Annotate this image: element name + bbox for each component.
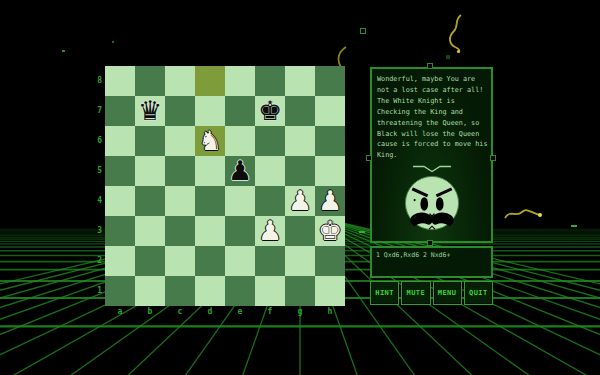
deco-squiggle-horizon	[503, 205, 545, 223]
file-label-f: f	[255, 306, 285, 318]
square-g6[interactable]	[285, 126, 315, 156]
square-c8[interactable]	[165, 66, 195, 96]
square-c5[interactable]	[165, 156, 195, 186]
hint-button[interactable]: HINT	[370, 281, 399, 305]
move-list-box: 1 Qxd6,Rxd6 2 Nxd6+	[370, 246, 493, 278]
rank-label-1: 1	[92, 276, 102, 306]
square-a4[interactable]	[105, 186, 135, 216]
square-a5[interactable]	[105, 156, 135, 186]
file-label-a: a	[105, 306, 135, 318]
rank-label-7: 7	[92, 96, 102, 126]
square-c3[interactable]	[165, 216, 195, 246]
square-f5[interactable]	[255, 156, 285, 186]
square-d3[interactable]	[195, 216, 225, 246]
square-d7[interactable]	[195, 96, 225, 126]
square-h4[interactable]: ♟	[315, 186, 345, 216]
square-b4[interactable]	[135, 186, 165, 216]
square-a2[interactable]	[105, 246, 135, 276]
square-b8[interactable]	[135, 66, 165, 96]
file-label-g: g	[285, 306, 315, 318]
square-e3[interactable]	[225, 216, 255, 246]
coach-face-icon	[403, 174, 461, 232]
square-c1[interactable]	[165, 276, 195, 306]
chevron-divider-icon	[412, 165, 452, 173]
square-e6[interactable]	[225, 126, 255, 156]
coach-message: Wonderful, maybe You are not a lost case…	[377, 74, 489, 162]
menu-button[interactable]: MENU	[433, 281, 462, 305]
white-knight[interactable]: ♞	[195, 126, 225, 156]
square-f3[interactable]: ♟	[255, 216, 285, 246]
panel-notch-left	[366, 155, 372, 161]
black-king[interactable]: ♚	[255, 96, 285, 126]
rank-label-6: 6	[92, 126, 102, 156]
square-f7[interactable]: ♚	[255, 96, 285, 126]
square-c2[interactable]	[165, 246, 195, 276]
square-d1[interactable]	[195, 276, 225, 306]
file-label-e: e	[225, 306, 255, 318]
deco-speck-2	[112, 41, 114, 43]
quit-button[interactable]: QUIT	[464, 281, 493, 305]
square-b2[interactable]	[135, 246, 165, 276]
square-d8[interactable]	[195, 66, 225, 96]
square-e8[interactable]	[225, 66, 255, 96]
rank-label-5: 5	[92, 156, 102, 186]
square-h7[interactable]	[315, 96, 345, 126]
deco-squiggle-top	[446, 13, 470, 55]
file-label-b: b	[135, 306, 165, 318]
move-list: 1 Qxd6,Rxd6 2 Nxd6+	[372, 248, 491, 259]
square-h2[interactable]	[315, 246, 345, 276]
rank-label-8: 8	[92, 66, 102, 96]
square-c7[interactable]	[165, 96, 195, 126]
message-box: Wonderful, maybe You are not a lost case…	[370, 67, 493, 243]
rank-labels: 87654321	[92, 66, 102, 306]
square-g5[interactable]	[285, 156, 315, 186]
square-h3[interactable]: ♚	[315, 216, 345, 246]
white-king[interactable]: ♚	[315, 216, 345, 246]
square-h8[interactable]	[315, 66, 345, 96]
square-d5[interactable]	[195, 156, 225, 186]
square-d4[interactable]	[195, 186, 225, 216]
square-h1[interactable]	[315, 276, 345, 306]
white-pawn[interactable]: ♟	[285, 186, 315, 216]
rank-label-4: 4	[92, 186, 102, 216]
square-f4[interactable]	[255, 186, 285, 216]
square-e2[interactable]	[225, 246, 255, 276]
square-b6[interactable]	[135, 126, 165, 156]
button-row: HINT MUTE MENU QUIT	[370, 281, 493, 305]
mute-button[interactable]: MUTE	[401, 281, 430, 305]
panel-notch-top	[427, 63, 433, 69]
square-d6[interactable]: ♞	[195, 126, 225, 156]
square-a1[interactable]	[105, 276, 135, 306]
file-label-d: d	[195, 306, 225, 318]
square-g7[interactable]	[285, 96, 315, 126]
game-screen: 87654321 ♛♚♞♟♟♟♟♚ abcdefgh Wonderful, ma…	[0, 0, 600, 375]
square-e5[interactable]: ♟	[225, 156, 255, 186]
square-f1[interactable]	[255, 276, 285, 306]
square-b3[interactable]	[135, 216, 165, 246]
square-c4[interactable]	[165, 186, 195, 216]
square-b5[interactable]	[135, 156, 165, 186]
square-b1[interactable]	[135, 276, 165, 306]
square-b7[interactable]: ♛	[135, 96, 165, 126]
square-h6[interactable]	[315, 126, 345, 156]
panel-notch-right	[490, 155, 496, 161]
chess-board[interactable]: ♛♚♞♟♟♟♟♚	[105, 66, 345, 306]
square-a6[interactable]	[105, 126, 135, 156]
square-g1[interactable]	[285, 276, 315, 306]
square-g3[interactable]	[285, 216, 315, 246]
deco-speck-1	[62, 50, 65, 52]
square-a8[interactable]	[105, 66, 135, 96]
file-label-h: h	[315, 306, 345, 318]
square-e1[interactable]	[225, 276, 255, 306]
square-f2[interactable]	[255, 246, 285, 276]
rank-label-2: 2	[92, 246, 102, 276]
square-g2[interactable]	[285, 246, 315, 276]
file-labels: abcdefgh	[105, 306, 345, 318]
deco-dash-panel	[359, 231, 365, 233]
square-d2[interactable]	[195, 246, 225, 276]
square-c6[interactable]	[165, 126, 195, 156]
square-a3[interactable]	[105, 216, 135, 246]
deco-dash-right	[571, 225, 577, 227]
square-a7[interactable]	[105, 96, 135, 126]
square-g8[interactable]	[285, 66, 315, 96]
square-e4[interactable]	[225, 186, 255, 216]
deco-square-outline	[360, 28, 366, 34]
rank-label-3: 3	[92, 216, 102, 246]
deco-glyph-faint	[446, 55, 450, 59]
file-label-c: c	[165, 306, 195, 318]
black-pawn[interactable]: ♟	[225, 156, 255, 186]
square-e7[interactable]	[225, 96, 255, 126]
square-f8[interactable]	[255, 66, 285, 96]
white-pawn[interactable]: ♟	[255, 216, 285, 246]
white-pawn[interactable]: ♟	[315, 186, 345, 216]
black-queen[interactable]: ♛	[135, 96, 165, 126]
square-h5[interactable]	[315, 156, 345, 186]
square-g4[interactable]: ♟	[285, 186, 315, 216]
square-f6[interactable]	[255, 126, 285, 156]
